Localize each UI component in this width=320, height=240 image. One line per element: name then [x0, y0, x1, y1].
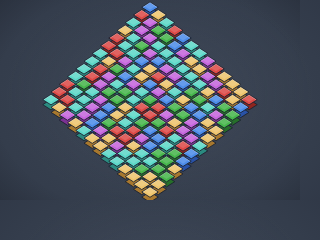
app-background: { "game": "isometric match-3 tile puzzle… [0, 0, 300, 200]
game-board [0, 0, 300, 200]
